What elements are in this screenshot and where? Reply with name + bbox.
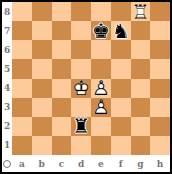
square-c5[interactable] <box>52 59 72 78</box>
file-label-a: a <box>12 155 32 172</box>
file-label-f: f <box>111 155 131 172</box>
square-f7[interactable]: ♞ <box>111 21 131 40</box>
square-h4[interactable] <box>150 79 170 98</box>
square-g6[interactable] <box>131 40 151 59</box>
square-c3[interactable] <box>52 98 72 117</box>
piece-black-knight[interactable]: ♞ <box>111 21 131 40</box>
square-f3[interactable] <box>111 98 131 117</box>
square-b7[interactable] <box>32 21 52 40</box>
square-b4[interactable] <box>32 79 52 98</box>
square-a5[interactable] <box>12 59 32 78</box>
square-c6[interactable] <box>52 40 72 59</box>
file-label-e: e <box>91 155 111 172</box>
square-a6[interactable] <box>12 40 32 59</box>
piece-white-pawn[interactable]: ♟♙ <box>91 98 111 117</box>
rank-label-5: 5 <box>2 59 12 78</box>
chess-board: 8♜♖7♚♞654♚♔♟♙3♟♙2♜1abcdefgh <box>2 2 170 172</box>
square-b6[interactable] <box>32 40 52 59</box>
chess-diagram: 8♜♖7♚♞654♚♔♟♙3♟♙2♜1abcdefgh <box>0 0 172 174</box>
square-c1[interactable] <box>52 136 72 155</box>
square-g1[interactable] <box>131 136 151 155</box>
square-f1[interactable] <box>111 136 131 155</box>
square-d1[interactable] <box>71 136 91 155</box>
rank-label-4: 4 <box>2 79 12 98</box>
file-label-b: b <box>32 155 52 172</box>
piece-black-rook[interactable]: ♜ <box>71 117 91 136</box>
square-f4[interactable] <box>111 79 131 98</box>
square-b8[interactable] <box>32 2 52 21</box>
square-h7[interactable] <box>150 21 170 40</box>
square-e3[interactable]: ♟♙ <box>91 98 111 117</box>
square-e6[interactable] <box>91 40 111 59</box>
black-knight-icon: ♞ <box>111 21 131 40</box>
piece-white-king[interactable]: ♚♔ <box>71 79 91 98</box>
black-rook-icon: ♜ <box>71 117 91 136</box>
square-h1[interactable] <box>150 136 170 155</box>
square-g4[interactable] <box>131 79 151 98</box>
white-pawn-icon: ♙ <box>91 98 111 117</box>
square-d8[interactable] <box>71 2 91 21</box>
rank-label-6: 6 <box>2 40 12 59</box>
square-b5[interactable] <box>32 59 52 78</box>
square-b2[interactable] <box>32 117 52 136</box>
piece-black-king[interactable]: ♚ <box>91 21 111 40</box>
square-e1[interactable] <box>91 136 111 155</box>
square-g3[interactable] <box>131 98 151 117</box>
white-to-move-icon <box>3 160 11 168</box>
square-c8[interactable] <box>52 2 72 21</box>
square-h5[interactable] <box>150 59 170 78</box>
white-king-icon: ♔ <box>71 79 91 98</box>
rank-label-1: 1 <box>2 136 12 155</box>
file-label-d: d <box>71 155 91 172</box>
square-h6[interactable] <box>150 40 170 59</box>
square-a8[interactable] <box>12 2 32 21</box>
side-to-move-indicator <box>2 155 12 172</box>
square-e7[interactable]: ♚ <box>91 21 111 40</box>
square-c4[interactable] <box>52 79 72 98</box>
rank-label-8: 8 <box>2 2 12 21</box>
square-f6[interactable] <box>111 40 131 59</box>
square-c2[interactable] <box>52 117 72 136</box>
square-a3[interactable] <box>12 98 32 117</box>
square-b3[interactable] <box>32 98 52 117</box>
square-h3[interactable] <box>150 98 170 117</box>
square-g8[interactable]: ♜♖ <box>131 2 151 21</box>
square-g2[interactable] <box>131 117 151 136</box>
square-f5[interactable] <box>111 59 131 78</box>
black-king-icon: ♚ <box>91 21 111 40</box>
piece-white-rook[interactable]: ♜♖ <box>131 2 151 21</box>
square-d6[interactable] <box>71 40 91 59</box>
file-label-c: c <box>52 155 72 172</box>
square-c7[interactable] <box>52 21 72 40</box>
file-label-h: h <box>150 155 170 172</box>
square-g5[interactable] <box>131 59 151 78</box>
square-d4[interactable]: ♚♔ <box>71 79 91 98</box>
rank-label-3: 3 <box>2 98 12 117</box>
white-rook-icon: ♖ <box>131 2 151 21</box>
square-f2[interactable] <box>111 117 131 136</box>
square-h2[interactable] <box>150 117 170 136</box>
square-h8[interactable] <box>150 2 170 21</box>
square-a2[interactable] <box>12 117 32 136</box>
rank-label-2: 2 <box>2 117 12 136</box>
square-e2[interactable] <box>91 117 111 136</box>
square-a1[interactable] <box>12 136 32 155</box>
file-label-g: g <box>131 155 151 172</box>
square-b1[interactable] <box>32 136 52 155</box>
square-a4[interactable] <box>12 79 32 98</box>
square-d2[interactable]: ♜ <box>71 117 91 136</box>
rank-label-7: 7 <box>2 21 12 40</box>
square-g7[interactable] <box>131 21 151 40</box>
square-a7[interactable] <box>12 21 32 40</box>
square-d7[interactable] <box>71 21 91 40</box>
